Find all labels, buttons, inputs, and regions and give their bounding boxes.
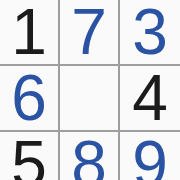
digit-r2-c3: 4 xyxy=(132,66,168,130)
digit-r3-c3: 9 xyxy=(132,132,168,180)
cell-r3-c1[interactable]: 5 xyxy=(0,132,60,180)
cell-r2-c1[interactable]: 6 xyxy=(0,66,60,132)
cell-r3-c3[interactable]: 9 xyxy=(120,132,180,180)
digit-r3-c1: 5 xyxy=(11,132,47,180)
cell-r2-c2[interactable] xyxy=(60,66,120,132)
cell-r1-c3[interactable]: 3 xyxy=(120,0,180,66)
cell-r1-c2[interactable]: 7 xyxy=(60,0,120,66)
digit-r3-c2: 8 xyxy=(71,132,107,180)
digit-r1-c1: 1 xyxy=(11,0,47,64)
cell-r2-c3[interactable]: 4 xyxy=(120,66,180,132)
cell-r1-c1[interactable]: 1 xyxy=(0,0,60,66)
digit-r1-c2: 7 xyxy=(71,0,107,64)
cell-r3-c2[interactable]: 8 xyxy=(60,132,120,180)
digit-r2-c1: 6 xyxy=(11,66,47,130)
digit-r1-c3: 3 xyxy=(132,0,168,64)
sudoku-board: 1 7 3 6 4 5 8 9 xyxy=(0,0,180,180)
